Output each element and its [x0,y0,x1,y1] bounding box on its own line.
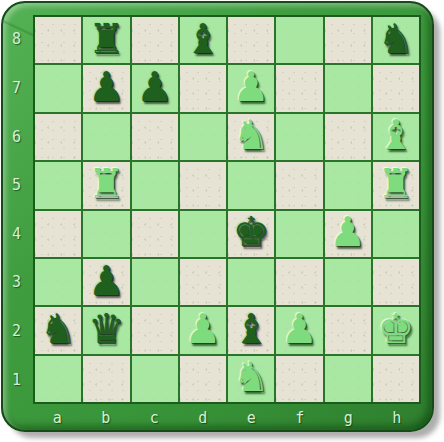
file-label-a: a [33,404,82,432]
square-d7[interactable] [180,65,226,111]
square-c4[interactable] [132,211,178,257]
square-h4[interactable] [373,211,419,257]
piece-black-pawn[interactable]: ♟ [88,261,125,302]
piece-black-pawn[interactable]: ♟ [88,67,125,108]
square-d5[interactable] [180,162,226,208]
piece-black-knight[interactable]: ♞ [377,19,414,60]
square-f4[interactable] [276,211,322,257]
square-a1[interactable] [35,356,81,402]
piece-white-bishop[interactable]: ♝ [377,115,414,156]
file-labels: abcdefgh [33,404,421,432]
square-c3[interactable] [132,259,178,305]
square-a4[interactable] [35,211,81,257]
square-d1[interactable] [180,356,226,402]
rank-label-5: 5 [0,161,33,210]
square-f5[interactable] [276,162,322,208]
rank-label-7: 7 [0,64,33,113]
piece-white-pawn[interactable]: ♟ [329,212,366,253]
square-e2[interactable]: ♝ [228,307,274,353]
square-f7[interactable] [276,65,322,111]
square-a2[interactable]: ♞ [35,307,81,353]
square-g1[interactable] [325,356,371,402]
square-c5[interactable] [132,162,178,208]
square-a3[interactable] [35,259,81,305]
piece-white-knight[interactable]: ♞ [233,115,270,156]
square-c1[interactable] [132,356,178,402]
square-b6[interactable] [83,114,129,160]
piece-black-pawn[interactable]: ♟ [136,67,173,108]
square-g8[interactable] [325,17,371,63]
square-d4[interactable] [180,211,226,257]
square-g2[interactable] [325,307,371,353]
square-d3[interactable] [180,259,226,305]
square-f8[interactable] [276,17,322,63]
file-label-g: g [324,404,373,432]
piece-black-bishop[interactable]: ♝ [233,309,270,350]
square-a6[interactable] [35,114,81,160]
piece-black-knight[interactable]: ♞ [40,309,77,350]
piece-white-pawn[interactable]: ♟ [281,309,318,350]
square-c8[interactable] [132,17,178,63]
square-e8[interactable] [228,17,274,63]
square-e1[interactable]: ♞ [228,356,274,402]
square-a5[interactable] [35,162,81,208]
square-h2[interactable]: ♚ [373,307,419,353]
square-h3[interactable] [373,259,419,305]
file-label-b: b [82,404,131,432]
square-e4[interactable]: ♚ [228,211,274,257]
file-label-d: d [179,404,228,432]
file-label-h: h [373,404,422,432]
square-g4[interactable]: ♟ [325,211,371,257]
piece-white-rook[interactable]: ♜ [88,164,125,205]
square-g7[interactable] [325,65,371,111]
piece-white-pawn[interactable]: ♟ [233,67,270,108]
rank-label-6: 6 [0,112,33,161]
square-e3[interactable] [228,259,274,305]
square-g6[interactable] [325,114,371,160]
square-b4[interactable] [83,211,129,257]
square-f1[interactable] [276,356,322,402]
file-label-e: e [227,404,276,432]
square-a8[interactable] [35,17,81,63]
square-a7[interactable] [35,65,81,111]
chessboard-window: 87654321 abcdefgh ♜♝♞♟♟♟♞♝♜♜♚♟♟♞♛♟♝♟♚♞ [0,0,444,442]
square-b8[interactable]: ♜ [83,17,129,63]
rank-label-2: 2 [0,307,33,356]
square-g3[interactable] [325,259,371,305]
square-b2[interactable]: ♛ [83,307,129,353]
square-d8[interactable]: ♝ [180,17,226,63]
square-f2[interactable]: ♟ [276,307,322,353]
square-c6[interactable] [132,114,178,160]
square-c2[interactable] [132,307,178,353]
rank-label-4: 4 [0,210,33,259]
rank-label-3: 3 [0,258,33,307]
rank-labels: 87654321 [0,15,33,404]
piece-black-rook[interactable]: ♜ [88,19,125,60]
piece-black-queen[interactable]: ♛ [88,309,125,350]
piece-white-pawn[interactable]: ♟ [184,309,221,350]
rank-label-8: 8 [0,15,33,64]
piece-white-king[interactable]: ♚ [377,309,414,350]
square-d6[interactable] [180,114,226,160]
chess-board[interactable]: ♜♝♞♟♟♟♞♝♜♜♚♟♟♞♛♟♝♟♚♞ [33,15,421,404]
square-f6[interactable] [276,114,322,160]
file-label-c: c [130,404,179,432]
square-b1[interactable] [83,356,129,402]
piece-black-king[interactable]: ♚ [233,212,270,253]
piece-white-rook[interactable]: ♜ [377,164,414,205]
piece-white-knight[interactable]: ♞ [233,357,270,398]
square-e5[interactable] [228,162,274,208]
square-d2[interactable]: ♟ [180,307,226,353]
square-h8[interactable]: ♞ [373,17,419,63]
square-h5[interactable]: ♜ [373,162,419,208]
square-h7[interactable] [373,65,419,111]
square-f3[interactable] [276,259,322,305]
square-h1[interactable] [373,356,419,402]
rank-label-1: 1 [0,355,33,404]
square-b7[interactable]: ♟ [83,65,129,111]
square-c7[interactable]: ♟ [132,65,178,111]
piece-black-bishop[interactable]: ♝ [184,19,221,60]
square-b5[interactable]: ♜ [83,162,129,208]
square-h6[interactable]: ♝ [373,114,419,160]
file-label-f: f [276,404,325,432]
square-e6[interactable]: ♞ [228,114,274,160]
square-e7[interactable]: ♟ [228,65,274,111]
square-g5[interactable] [325,162,371,208]
square-b3[interactable]: ♟ [83,259,129,305]
